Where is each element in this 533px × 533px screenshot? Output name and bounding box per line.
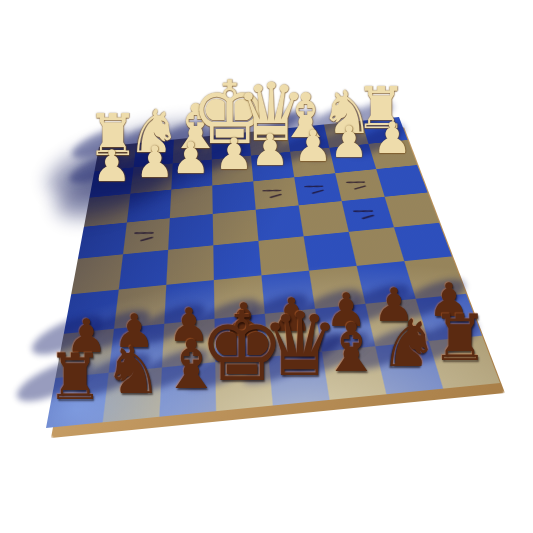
square-f4[interactable] <box>168 214 213 250</box>
white-pawn-a2[interactable]: ♟ <box>373 117 412 160</box>
black-rook-h8[interactable]: ♜ <box>47 345 104 408</box>
square-e5[interactable] <box>213 241 261 280</box>
white-pawn-f2[interactable]: ♟ <box>172 137 211 180</box>
black-knight-g8[interactable]: ♞ <box>104 338 163 403</box>
square-d3[interactable] <box>253 177 298 209</box>
pen-mark <box>131 228 163 245</box>
black-bishop-c8[interactable]: ♝ <box>321 314 381 381</box>
square-a5[interactable] <box>394 223 452 261</box>
square-g3[interactable] <box>127 190 171 223</box>
square-e3[interactable] <box>212 181 255 214</box>
white-pawn-d2[interactable]: ♟ <box>251 129 290 172</box>
square-h4[interactable] <box>78 223 127 259</box>
square-f3[interactable] <box>170 185 213 218</box>
square-f5[interactable] <box>166 245 214 284</box>
square-d4[interactable] <box>256 205 304 240</box>
black-knight-b8[interactable]: ♞ <box>380 311 439 376</box>
pen-mark <box>343 178 376 193</box>
square-g5[interactable] <box>119 250 168 290</box>
chessboard-photo: ♜♞♝♛♚♝♞♜♟♟♟♟♟♟♟♟♟♟♟♟♟♟♟♟♜♞♝♛♚♝♞♜ <box>0 0 533 533</box>
white-pawn-c2[interactable]: ♟ <box>294 125 333 168</box>
square-e4[interactable] <box>213 210 259 246</box>
square-c4[interactable] <box>299 201 349 236</box>
square-h5[interactable] <box>71 254 123 294</box>
square-c5[interactable] <box>304 232 357 271</box>
square-c3[interactable] <box>294 173 341 205</box>
square-d5[interactable] <box>258 236 309 275</box>
pen-mark <box>260 186 291 202</box>
square-g4[interactable] <box>123 218 170 254</box>
white-pawn-h2[interactable]: ♟ <box>93 145 132 188</box>
white-pawn-e2[interactable]: ♟ <box>215 133 254 176</box>
black-rook-a8[interactable]: ♜ <box>432 307 489 370</box>
white-pawn-b2[interactable]: ♟ <box>330 121 369 164</box>
pen-mark <box>302 182 334 198</box>
pen-mark <box>350 206 385 223</box>
white-pawn-g2[interactable]: ♟ <box>136 141 175 184</box>
